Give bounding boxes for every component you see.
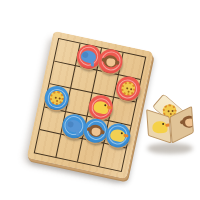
monkey-icon [182, 115, 194, 128]
cell-r5c4[interactable] [99, 144, 125, 171]
scene [0, 0, 200, 200]
duck-icon [92, 100, 109, 115]
duck-icon [152, 121, 168, 134]
monkey-icon [88, 123, 104, 138]
elephant-icon [80, 49, 97, 64]
lion-icon [49, 90, 66, 107]
monkey-icon [103, 54, 119, 69]
animal-die[interactable] [144, 90, 196, 151]
elephant-icon [66, 118, 83, 133]
lion-icon [120, 81, 137, 98]
bird-icon [110, 128, 127, 143]
